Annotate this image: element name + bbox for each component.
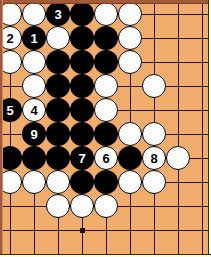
white-stone bbox=[22, 170, 46, 194]
move-number: 8 bbox=[150, 152, 157, 165]
black-stone bbox=[46, 50, 70, 74]
white-stone bbox=[0, 170, 22, 194]
black-stone bbox=[70, 2, 94, 26]
black-stone bbox=[94, 170, 118, 194]
white-stone bbox=[46, 26, 70, 50]
black-stone bbox=[46, 146, 70, 170]
black-stone bbox=[70, 170, 94, 194]
black-stone bbox=[70, 74, 94, 98]
move-number: 9 bbox=[30, 128, 37, 141]
move-number: 3 bbox=[54, 8, 61, 21]
black-stone bbox=[22, 146, 46, 170]
go-diagram: 321549768 bbox=[0, 0, 211, 257]
white-stone bbox=[94, 194, 118, 218]
board-border-left bbox=[0, 0, 3, 257]
black-stone bbox=[70, 122, 94, 146]
black-stone bbox=[70, 26, 94, 50]
white-stone bbox=[142, 170, 166, 194]
grid-line-horizontal bbox=[3, 230, 208, 231]
white-stone bbox=[118, 122, 142, 146]
white-stone bbox=[70, 194, 94, 218]
move-number: 4 bbox=[30, 104, 37, 117]
white-stone bbox=[0, 2, 22, 26]
black-stone bbox=[70, 50, 94, 74]
move-number: 5 bbox=[6, 104, 13, 117]
grid-line-vertical bbox=[178, 3, 179, 254]
black-stone bbox=[46, 122, 70, 146]
black-stone bbox=[46, 98, 70, 122]
move-number: 1 bbox=[30, 32, 37, 45]
white-stone: 4 bbox=[22, 98, 46, 122]
move-number: 2 bbox=[6, 32, 13, 45]
board-border-right bbox=[208, 0, 211, 257]
white-stone bbox=[94, 2, 118, 26]
white-stone bbox=[94, 74, 118, 98]
black-stone: 9 bbox=[22, 122, 46, 146]
grid-line-vertical bbox=[202, 3, 203, 254]
go-board: 321549768 bbox=[0, 0, 211, 257]
white-stone: 8 bbox=[142, 146, 166, 170]
black-stone bbox=[94, 122, 118, 146]
black-stone: 1 bbox=[22, 26, 46, 50]
black-stone bbox=[0, 146, 22, 170]
white-stone bbox=[46, 170, 70, 194]
black-stone: 7 bbox=[70, 146, 94, 170]
move-number: 6 bbox=[102, 152, 109, 165]
white-stone bbox=[46, 194, 70, 218]
white-stone bbox=[94, 98, 118, 122]
white-stone: 2 bbox=[0, 26, 22, 50]
black-stone bbox=[94, 50, 118, 74]
white-stone bbox=[142, 122, 166, 146]
black-stone: 5 bbox=[0, 98, 22, 122]
white-stone bbox=[118, 170, 142, 194]
board-border-top bbox=[0, 0, 211, 4]
move-number: 7 bbox=[78, 152, 85, 165]
black-stone: 3 bbox=[46, 2, 70, 26]
white-stone: 6 bbox=[94, 146, 118, 170]
white-stone bbox=[22, 2, 46, 26]
white-stone bbox=[118, 26, 142, 50]
white-stone bbox=[0, 50, 22, 74]
white-stone bbox=[118, 50, 142, 74]
white-stone bbox=[22, 74, 46, 98]
white-stone bbox=[166, 146, 190, 170]
black-stone bbox=[94, 26, 118, 50]
white-stone bbox=[142, 74, 166, 98]
black-stone bbox=[46, 74, 70, 98]
black-stone bbox=[70, 98, 94, 122]
white-stone bbox=[22, 50, 46, 74]
white-stone bbox=[118, 2, 142, 26]
star-point bbox=[80, 228, 85, 233]
black-stone bbox=[118, 146, 142, 170]
